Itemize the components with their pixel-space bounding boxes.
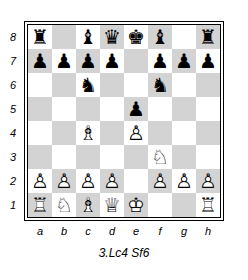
rank-label-3: 3 [0, 145, 24, 169]
square-a3[interactable] [28, 145, 52, 169]
square-c4[interactable]: ♝♗ [76, 121, 100, 145]
file-labels: abcdefgh [28, 223, 220, 239]
piece-outline: ♙ [28, 169, 52, 193]
square-f8[interactable]: ♝ [148, 25, 172, 49]
square-e7[interactable] [124, 49, 148, 73]
piece-outline: ♗ [76, 193, 100, 217]
black-pawn-d7: ♟ [100, 49, 124, 73]
square-e6[interactable] [124, 73, 148, 97]
chess-board: ♜♝♛♚♝♜♟♟♟♟♟♟♟♞♞♟♝♗♟♙♞♘♟♙♟♙♟♙♟♙♟♙♟♙♟♙♜♖♞♘… [27, 24, 221, 218]
square-d2[interactable]: ♟♙ [100, 169, 124, 193]
square-b8[interactable] [52, 25, 76, 49]
file-label-g: g [172, 223, 196, 239]
square-a2[interactable]: ♟♙ [28, 169, 52, 193]
piece-outline: ♘ [52, 193, 76, 217]
square-b5[interactable] [52, 97, 76, 121]
square-g8[interactable] [172, 25, 196, 49]
square-c7[interactable]: ♟ [76, 49, 100, 73]
square-g7[interactable]: ♟ [172, 49, 196, 73]
chess-diagram-page: 87654321 ♜♝♛♚♝♜♟♟♟♟♟♟♟♞♞♟♝♗♟♙♞♘♟♙♟♙♟♙♟♙♟… [0, 0, 248, 280]
rank-label-5: 5 [0, 97, 24, 121]
square-g5[interactable] [172, 97, 196, 121]
square-b1[interactable]: ♞♘ [52, 193, 76, 217]
square-e4[interactable]: ♟♙ [124, 121, 148, 145]
white-knight-b1: ♞♘ [52, 193, 76, 217]
square-h5[interactable] [196, 97, 220, 121]
square-d6[interactable] [100, 73, 124, 97]
white-pawn-d2: ♟♙ [100, 169, 124, 193]
square-e8[interactable]: ♚ [124, 25, 148, 49]
piece-outline: ♖ [28, 193, 52, 217]
file-label-e: e [124, 223, 148, 239]
square-f7[interactable]: ♟ [148, 49, 172, 73]
file-label-a: a [28, 223, 52, 239]
square-h1[interactable]: ♜♖ [196, 193, 220, 217]
square-a6[interactable] [28, 73, 52, 97]
black-pawn-c7: ♟ [76, 49, 100, 73]
white-queen-d1: ♛♕ [100, 193, 124, 217]
file-label-d: d [100, 223, 124, 239]
square-f2[interactable]: ♟♙ [148, 169, 172, 193]
black-pawn-a7: ♟ [28, 49, 52, 73]
square-d8[interactable]: ♛ [100, 25, 124, 49]
piece-outline: ♙ [76, 169, 100, 193]
white-pawn-b2: ♟♙ [52, 169, 76, 193]
square-c3[interactable] [76, 145, 100, 169]
square-b2[interactable]: ♟♙ [52, 169, 76, 193]
black-knight-f6: ♞ [148, 73, 172, 97]
piece-outline: ♙ [124, 121, 148, 145]
piece-outline: ♘ [148, 145, 172, 169]
piece-outline: ♙ [100, 169, 124, 193]
black-pawn-h7: ♟ [196, 49, 220, 73]
piece-outline: ♙ [172, 169, 196, 193]
file-label-f: f [148, 223, 172, 239]
rank-label-8: 8 [0, 25, 24, 49]
square-h8[interactable]: ♜ [196, 25, 220, 49]
square-a1[interactable]: ♜♖ [28, 193, 52, 217]
square-d4[interactable] [100, 121, 124, 145]
square-f5[interactable] [148, 97, 172, 121]
white-pawn-c2: ♟♙ [76, 169, 100, 193]
piece-outline: ♗ [76, 121, 100, 145]
square-h4[interactable] [196, 121, 220, 145]
black-rook-a8: ♜ [28, 25, 52, 49]
square-e5[interactable]: ♟ [124, 97, 148, 121]
square-h7[interactable]: ♟ [196, 49, 220, 73]
rank-labels: 87654321 [0, 21, 24, 217]
piece-outline: ♔ [124, 193, 148, 217]
black-knight-c6: ♞ [76, 73, 100, 97]
white-pawn-f2: ♟♙ [148, 169, 172, 193]
white-bishop-c4: ♝♗ [76, 121, 100, 145]
white-pawn-h2: ♟♙ [196, 169, 220, 193]
white-knight-f3: ♞♘ [148, 145, 172, 169]
piece-outline: ♙ [196, 169, 220, 193]
rank-label-7: 7 [0, 49, 24, 73]
square-c2[interactable]: ♟♙ [76, 169, 100, 193]
square-c8[interactable]: ♝ [76, 25, 100, 49]
black-pawn-g7: ♟ [172, 49, 196, 73]
square-c5[interactable] [76, 97, 100, 121]
black-pawn-e5: ♟ [124, 97, 148, 121]
square-d5[interactable] [100, 97, 124, 121]
square-f4[interactable] [148, 121, 172, 145]
white-king-e1: ♚♔ [124, 193, 148, 217]
square-e3[interactable] [124, 145, 148, 169]
file-label-b: b [52, 223, 76, 239]
board-area: 87654321 ♜♝♛♚♝♜♟♟♟♟♟♟♟♞♞♟♝♗♟♙♞♘♟♙♟♙♟♙♟♙♟… [0, 21, 224, 221]
square-g2[interactable]: ♟♙ [172, 169, 196, 193]
white-rook-h1: ♜♖ [196, 193, 220, 217]
black-rook-h8: ♜ [196, 25, 220, 49]
rank-label-1: 1 [0, 193, 24, 217]
black-bishop-c8: ♝ [76, 25, 100, 49]
square-h2[interactable]: ♟♙ [196, 169, 220, 193]
move-caption: 3.Lc4 Sf6 [0, 246, 248, 260]
white-pawn-a2: ♟♙ [28, 169, 52, 193]
square-f1[interactable] [148, 193, 172, 217]
black-pawn-b7: ♟ [52, 49, 76, 73]
rank-label-4: 4 [0, 121, 24, 145]
black-queen-d8: ♛ [100, 25, 124, 49]
black-king-e8: ♚ [124, 25, 148, 49]
square-g3[interactable] [172, 145, 196, 169]
square-b6[interactable] [52, 73, 76, 97]
square-e2[interactable] [124, 169, 148, 193]
square-g6[interactable] [172, 73, 196, 97]
square-g1[interactable] [172, 193, 196, 217]
file-label-h: h [196, 223, 220, 239]
white-rook-a1: ♜♖ [28, 193, 52, 217]
square-d3[interactable] [100, 145, 124, 169]
rank-label-6: 6 [0, 73, 24, 97]
square-h3[interactable] [196, 145, 220, 169]
square-b4[interactable] [52, 121, 76, 145]
file-label-c: c [76, 223, 100, 239]
black-bishop-f8: ♝ [148, 25, 172, 49]
square-b3[interactable] [52, 145, 76, 169]
piece-outline: ♕ [100, 193, 124, 217]
square-h6[interactable] [196, 73, 220, 97]
square-a5[interactable] [28, 97, 52, 121]
rank-label-2: 2 [0, 169, 24, 193]
board-frame: ♜♝♛♚♝♜♟♟♟♟♟♟♟♞♞♟♝♗♟♙♞♘♟♙♟♙♟♙♟♙♟♙♟♙♟♙♜♖♞♘… [24, 21, 224, 221]
square-d1[interactable]: ♛♕ [100, 193, 124, 217]
square-b7[interactable]: ♟ [52, 49, 76, 73]
white-bishop-c1: ♝♗ [76, 193, 100, 217]
square-c1[interactable]: ♝♗ [76, 193, 100, 217]
piece-outline: ♖ [196, 193, 220, 217]
square-d7[interactable]: ♟ [100, 49, 124, 73]
square-a8[interactable]: ♜ [28, 25, 52, 49]
square-f6[interactable]: ♞ [148, 73, 172, 97]
square-a4[interactable] [28, 121, 52, 145]
black-pawn-f7: ♟ [148, 49, 172, 73]
square-g4[interactable] [172, 121, 196, 145]
square-e1[interactable]: ♚♔ [124, 193, 148, 217]
white-pawn-e4: ♟♙ [124, 121, 148, 145]
square-f3[interactable]: ♞♘ [148, 145, 172, 169]
piece-outline: ♙ [148, 169, 172, 193]
square-c6[interactable]: ♞ [76, 73, 100, 97]
white-pawn-g2: ♟♙ [172, 169, 196, 193]
piece-outline: ♙ [52, 169, 76, 193]
square-a7[interactable]: ♟ [28, 49, 52, 73]
